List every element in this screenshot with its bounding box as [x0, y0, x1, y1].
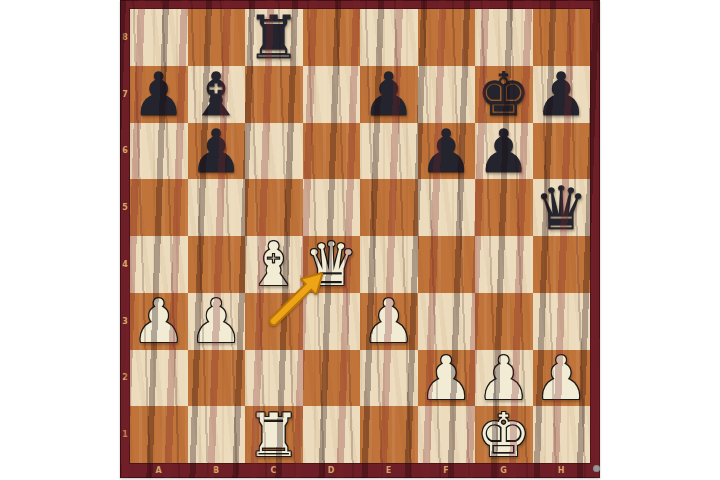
board-frame: 87654321 ABCDEFGH ♜♟♝♟♚♟♟♟♟♛♝♛♟♟♟♟♟♟♜♚ — [120, 0, 600, 478]
square-a8[interactable] — [130, 9, 188, 66]
square-f8[interactable] — [418, 9, 476, 66]
rank-label-3: 3 — [120, 293, 130, 350]
square-g4[interactable] — [475, 236, 533, 293]
square-d7[interactable] — [303, 66, 361, 123]
piece-black-pawn-g6[interactable]: ♟ — [475, 123, 533, 180]
square-f7[interactable] — [418, 66, 476, 123]
piece-black-bishop-b7[interactable]: ♝ — [188, 66, 246, 123]
square-d3[interactable] — [303, 293, 361, 350]
square-e5[interactable] — [360, 179, 418, 236]
square-a4[interactable] — [130, 236, 188, 293]
piece-white-pawn-h2[interactable]: ♟ — [533, 350, 591, 407]
square-h6[interactable] — [533, 123, 591, 180]
square-b5[interactable] — [188, 179, 246, 236]
square-b4[interactable] — [188, 236, 246, 293]
square-e4[interactable] — [360, 236, 418, 293]
square-d6[interactable] — [303, 123, 361, 180]
square-b2[interactable] — [188, 350, 246, 407]
square-f3[interactable] — [418, 293, 476, 350]
square-g8[interactable] — [475, 9, 533, 66]
square-a5[interactable] — [130, 179, 188, 236]
rank-label-1: 1 — [120, 406, 130, 463]
square-c3[interactable] — [245, 293, 303, 350]
piece-white-rook-c1[interactable]: ♜ — [245, 406, 303, 463]
piece-black-pawn-h7[interactable]: ♟ — [533, 66, 591, 123]
rank-label-7: 7 — [120, 66, 130, 123]
piece-black-pawn-e7[interactable]: ♟ — [360, 66, 418, 123]
square-a6[interactable] — [130, 123, 188, 180]
piece-black-queen-h5[interactable]: ♛ — [533, 179, 591, 236]
square-c2[interactable] — [245, 350, 303, 407]
square-b1[interactable] — [188, 406, 246, 463]
chess-diagram: 87654321 ABCDEFGH ♜♟♝♟♚♟♟♟♟♛♝♛♟♟♟♟♟♟♜♚ — [0, 0, 720, 480]
piece-white-pawn-a3[interactable]: ♟ — [130, 293, 188, 350]
file-label-e: E — [360, 463, 418, 478]
square-d5[interactable] — [303, 179, 361, 236]
square-h4[interactable] — [533, 236, 591, 293]
square-d2[interactable] — [303, 350, 361, 407]
piece-black-pawn-f6[interactable]: ♟ — [418, 123, 476, 180]
square-h1[interactable] — [533, 406, 591, 463]
piece-white-queen-d4[interactable]: ♛ — [303, 236, 361, 293]
square-e6[interactable] — [360, 123, 418, 180]
square-g3[interactable] — [475, 293, 533, 350]
piece-black-pawn-a7[interactable]: ♟ — [130, 66, 188, 123]
piece-white-pawn-e3[interactable]: ♟ — [360, 293, 418, 350]
square-e2[interactable] — [360, 350, 418, 407]
board-resize-handle[interactable] — [593, 465, 600, 472]
square-h8[interactable] — [533, 9, 591, 66]
piece-white-pawn-g2[interactable]: ♟ — [475, 350, 533, 407]
square-f4[interactable] — [418, 236, 476, 293]
file-label-a: A — [130, 463, 188, 478]
square-c5[interactable] — [245, 179, 303, 236]
file-label-h: H — [533, 463, 591, 478]
square-b8[interactable] — [188, 9, 246, 66]
piece-black-king-g7[interactable]: ♚ — [475, 66, 533, 123]
piece-black-rook-c8[interactable]: ♜ — [245, 9, 303, 66]
rank-labels: 87654321 — [120, 9, 130, 463]
rank-label-5: 5 — [120, 179, 130, 236]
square-e8[interactable] — [360, 9, 418, 66]
file-label-d: D — [303, 463, 361, 478]
piece-white-pawn-f2[interactable]: ♟ — [418, 350, 476, 407]
square-h3[interactable] — [533, 293, 591, 350]
square-c7[interactable] — [245, 66, 303, 123]
rank-label-2: 2 — [120, 350, 130, 407]
rank-label-4: 4 — [120, 236, 130, 293]
piece-white-bishop-c4[interactable]: ♝ — [245, 236, 303, 293]
square-d1[interactable] — [303, 406, 361, 463]
square-e1[interactable] — [360, 406, 418, 463]
file-label-b: B — [188, 463, 246, 478]
piece-white-pawn-b3[interactable]: ♟ — [188, 293, 246, 350]
rank-label-6: 6 — [120, 123, 130, 180]
piece-white-king-g1[interactable]: ♚ — [475, 406, 533, 463]
rank-label-8: 8 — [120, 9, 130, 66]
file-label-f: F — [418, 463, 476, 478]
square-a2[interactable] — [130, 350, 188, 407]
square-c6[interactable] — [245, 123, 303, 180]
piece-black-pawn-b6[interactable]: ♟ — [188, 123, 246, 180]
square-f5[interactable] — [418, 179, 476, 236]
square-f1[interactable] — [418, 406, 476, 463]
square-d8[interactable] — [303, 9, 361, 66]
square-a1[interactable] — [130, 406, 188, 463]
square-g5[interactable] — [475, 179, 533, 236]
